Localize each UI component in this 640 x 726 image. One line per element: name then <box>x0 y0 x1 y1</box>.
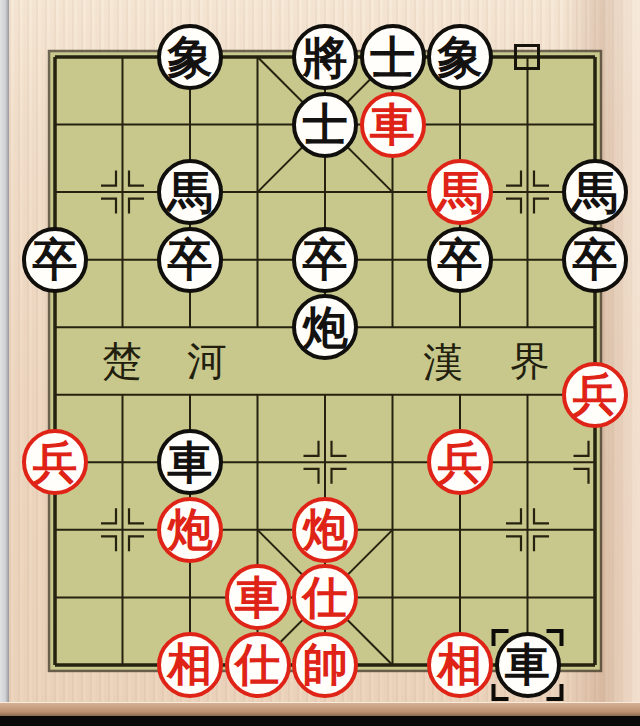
piece-black-soldier[interactable]: 卒 <box>157 227 223 293</box>
piece-black-soldier[interactable]: 卒 <box>292 227 358 293</box>
piece-black-elephant[interactable]: 象 <box>427 24 493 90</box>
piece-black-advisor[interactable]: 士 <box>292 92 358 158</box>
river-label-han: 漢 <box>423 335 463 390</box>
piece-red-chariot[interactable]: 車 <box>360 92 426 158</box>
board-frame: 楚 河 漢 界 象將士象士車馬馬馬卒卒卒卒卒炮兵兵車兵炮炮車仕相仕帥相車 <box>0 0 640 726</box>
piece-red-advisor[interactable]: 仕 <box>292 564 358 630</box>
piece-black-cannon[interactable]: 炮 <box>292 294 358 360</box>
piece-red-general[interactable]: 帥 <box>292 632 358 698</box>
piece-black-soldier[interactable]: 卒 <box>427 227 493 293</box>
piece-red-advisor[interactable]: 仕 <box>225 632 291 698</box>
piece-black-chariot[interactable]: 車 <box>495 632 561 698</box>
piece-black-soldier[interactable]: 卒 <box>562 227 628 293</box>
river-label-he: 河 <box>187 334 227 389</box>
river-label-chu: 楚 <box>102 334 142 389</box>
piece-red-soldier[interactable]: 兵 <box>427 429 493 495</box>
piece-red-cannon[interactable]: 炮 <box>292 497 358 563</box>
piece-red-chariot[interactable]: 車 <box>225 564 291 630</box>
piece-black-advisor[interactable]: 士 <box>360 24 426 90</box>
piece-red-soldier[interactable]: 兵 <box>562 362 628 428</box>
piece-red-elephant[interactable]: 相 <box>157 632 223 698</box>
piece-black-soldier[interactable]: 卒 <box>22 227 88 293</box>
piece-black-horse[interactable]: 馬 <box>157 159 223 225</box>
piece-red-elephant[interactable]: 相 <box>427 632 493 698</box>
piece-black-horse[interactable]: 馬 <box>562 159 628 225</box>
river-label-jie: 界 <box>510 334 550 389</box>
piece-red-soldier[interactable]: 兵 <box>22 429 88 495</box>
piece-red-cannon[interactable]: 炮 <box>157 497 223 563</box>
last-move-origin-marker <box>514 44 540 70</box>
piece-black-general[interactable]: 將 <box>292 24 358 90</box>
piece-black-elephant[interactable]: 象 <box>157 24 223 90</box>
piece-black-chariot[interactable]: 車 <box>157 429 223 495</box>
piece-red-horse[interactable]: 馬 <box>427 159 493 225</box>
